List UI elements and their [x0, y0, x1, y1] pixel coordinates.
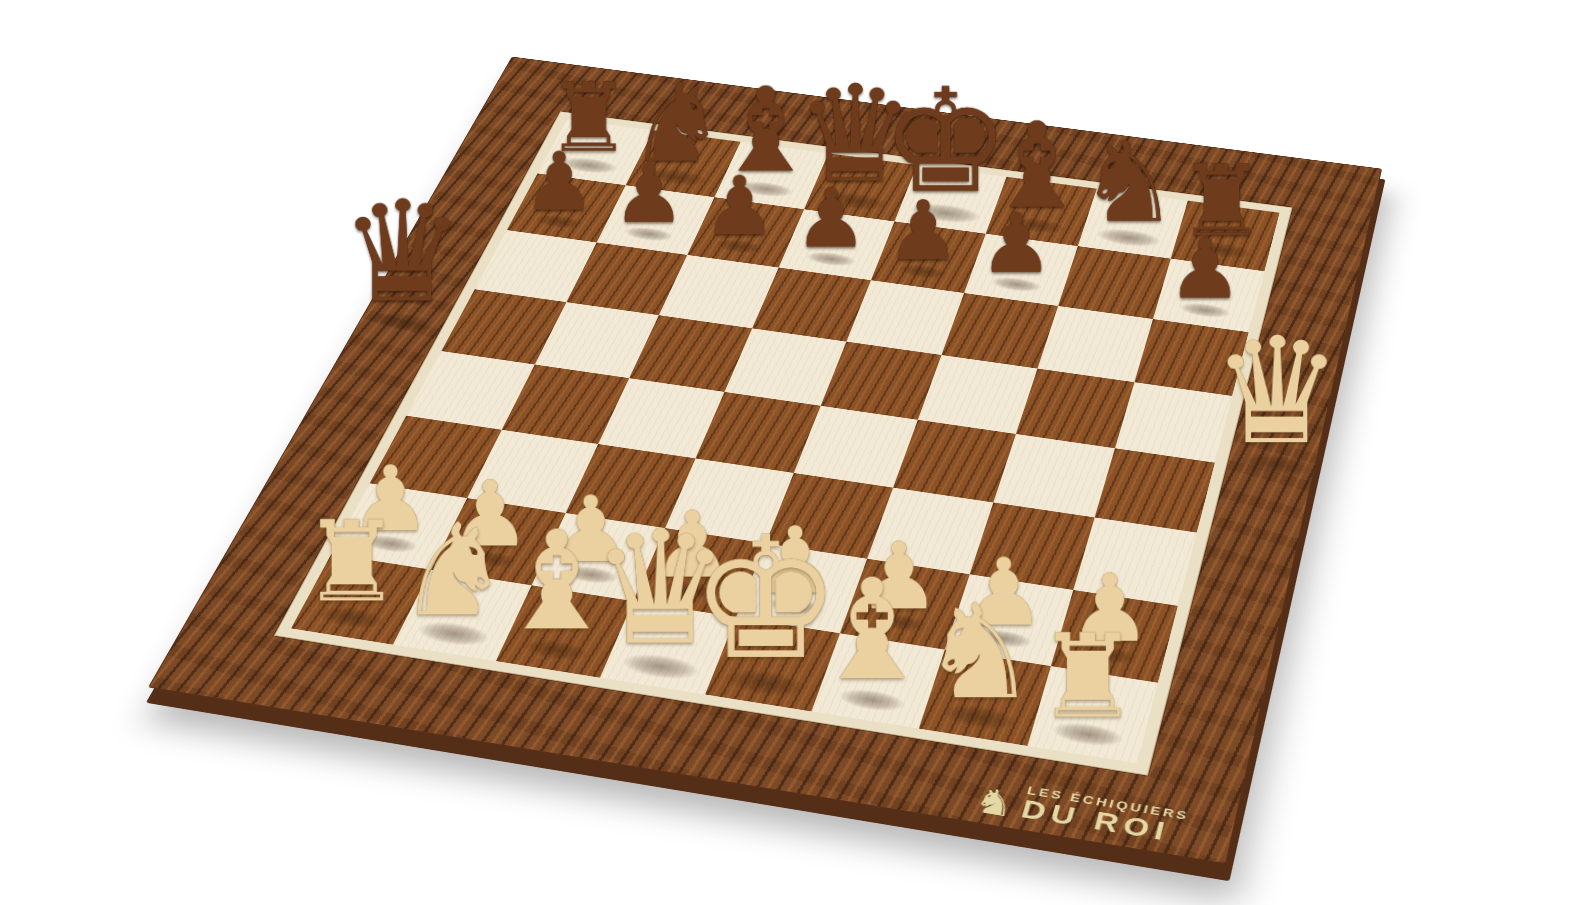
white-knight-g1-glyph: ♞ — [921, 586, 1038, 717]
black-pawn-d7-glyph: ♟ — [794, 177, 867, 259]
black-pawn-b7-glyph: ♟ — [613, 153, 686, 234]
chess-photo-scene: ♜♞♝♛♚♝♞♜♟♟♟♟♟♟♟♛♛♟♟♟♟♟♟♟♟♜♞♝♛♚♝♞♜ ♞ LES … — [0, 0, 1585, 905]
black-pawn-a7-glyph: ♟ — [523, 141, 595, 222]
white-bishop-f1-glyph: ♝ — [810, 561, 935, 700]
chessboard-3d: ♜♞♝♛♚♝♞♜♟♟♟♟♟♟♟♛♛♟♟♟♟♟♟♟♟♜♞♝♛♚♝♞♜ ♞ LES … — [148, 57, 1382, 865]
spare-white-queen-glyph: ♛ — [1211, 318, 1343, 465]
black-knight-g8-glyph: ♞ — [1079, 127, 1179, 238]
white-rook-a1-glyph: ♜ — [302, 506, 402, 618]
white-rook-h1-glyph: ♜ — [1036, 618, 1140, 734]
spare-black-queen-glyph: ♛ — [340, 182, 465, 322]
black-pawn-e7-glyph: ♟ — [886, 190, 960, 272]
board-frame: ♜♞♝♛♚♝♞♜♟♟♟♟♟♟♟♛♛♟♟♟♟♟♟♟♟♜♞♝♛♚♝♞♜ ♞ LES … — [148, 57, 1382, 865]
pieces-layer: ♜♞♝♛♚♝♞♜♟♟♟♟♟♟♟♛♛♟♟♟♟♟♟♟♟♜♞♝♛♚♝♞♜ — [149, 57, 1381, 863]
black-pawn-f7-glyph: ♟ — [979, 202, 1053, 284]
black-pawn-c7-glyph: ♟ — [703, 165, 776, 246]
white-knight-b1-glyph: ♞ — [397, 506, 511, 633]
black-pawn-h7-glyph: ♟ — [1168, 227, 1243, 310]
